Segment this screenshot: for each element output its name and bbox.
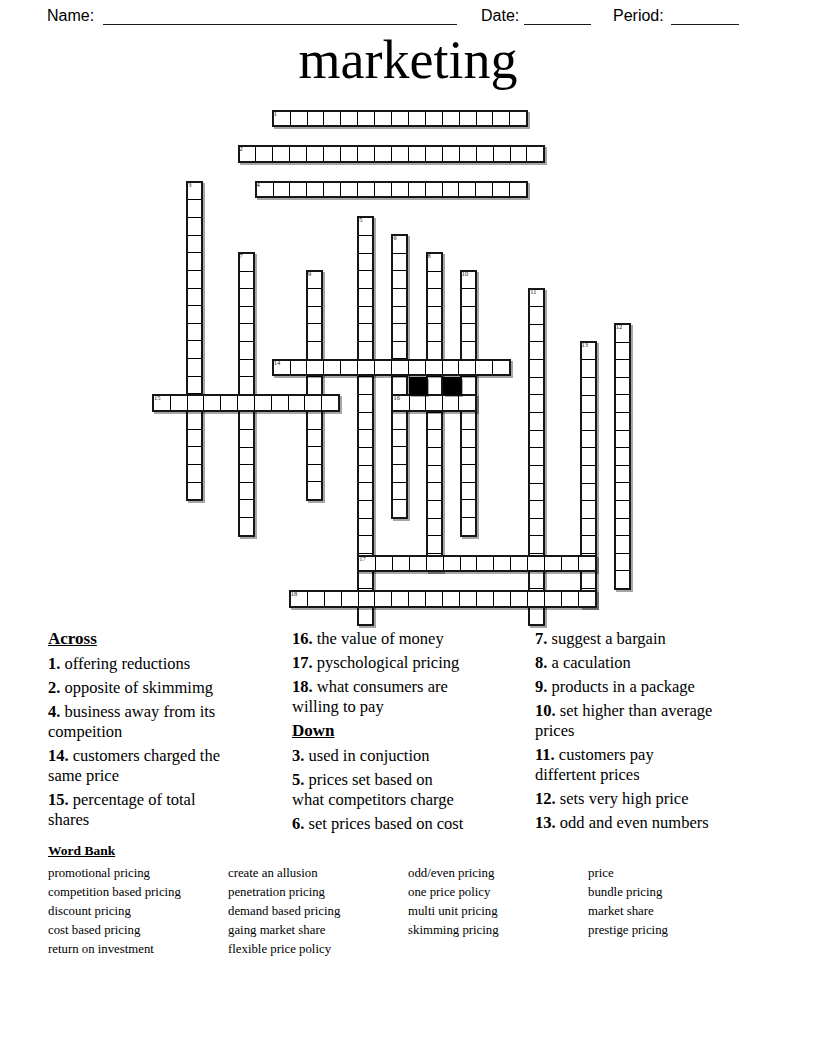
word-bank-column-2: create an allusionpenetration pricingdem… — [228, 864, 408, 959]
grid-cell[interactable] — [359, 482, 372, 500]
clue-down-12: 12. sets very high price — [535, 789, 790, 809]
clue-number: 12. — [535, 789, 556, 808]
clue-text: pyschological pricing — [313, 653, 460, 672]
grid-cell[interactable] — [530, 606, 543, 624]
grid-clue-number-3: 3 — [188, 182, 191, 189]
grid-cell[interactable] — [357, 361, 374, 375]
grid-cell[interactable] — [462, 517, 475, 535]
grid-cell[interactable] — [582, 395, 595, 413]
grid-cell[interactable] — [442, 592, 459, 606]
word-6-down — [391, 234, 408, 519]
grid-cell[interactable] — [530, 324, 543, 342]
word-14-across — [272, 359, 511, 377]
word-15-across — [152, 394, 340, 412]
grid-cell[interactable] — [374, 147, 391, 161]
grid-cell[interactable] — [616, 553, 629, 571]
grid-cell[interactable] — [188, 252, 201, 270]
grid-cell[interactable] — [321, 396, 338, 410]
clue-text: customers charged the same price — [48, 746, 220, 785]
grid-cell[interactable] — [409, 396, 426, 410]
grid-cell[interactable] — [425, 112, 442, 126]
grid-cell[interactable] — [240, 376, 253, 394]
grid-cell[interactable] — [475, 183, 492, 197]
grid-cell[interactable] — [530, 571, 543, 589]
grid-cell[interactable] — [290, 361, 307, 375]
clue-number: 15. — [48, 790, 69, 809]
grid-cell[interactable] — [408, 592, 425, 606]
grid-cell[interactable] — [359, 447, 372, 465]
grid-cell[interactable] — [359, 341, 372, 359]
word-bank-column-1: promotional pricingcompetition based pri… — [48, 864, 228, 959]
grid-cell[interactable] — [240, 288, 253, 306]
grid-cell[interactable] — [578, 557, 595, 571]
grid-cell[interactable] — [359, 253, 372, 271]
grid-cell[interactable] — [428, 465, 441, 483]
grid-cell[interactable] — [493, 592, 510, 606]
grid-cell[interactable] — [188, 464, 201, 482]
grid-cell[interactable] — [391, 183, 408, 197]
grid-cell[interactable] — [428, 447, 441, 465]
grid-cell[interactable] — [220, 396, 237, 410]
grid-cell[interactable] — [428, 535, 441, 553]
grid-cell[interactable] — [324, 592, 341, 606]
clue-number: 18. — [292, 677, 313, 696]
grid-cell[interactable] — [359, 429, 372, 447]
grid-cell[interactable] — [255, 147, 272, 161]
grid-cell[interactable] — [340, 147, 357, 161]
grid-cell[interactable] — [308, 306, 321, 324]
clue-down-6: 6. set prices based on cost — [292, 814, 534, 834]
grid-cell[interactable] — [425, 592, 442, 606]
grid-cell[interactable] — [240, 306, 253, 324]
grid-cell[interactable] — [462, 306, 475, 324]
word-bank-item: discount pricing — [48, 902, 228, 921]
grid-cell[interactable] — [408, 112, 425, 126]
grid-cell[interactable] — [459, 147, 476, 161]
grid-cell[interactable] — [359, 376, 372, 394]
grid-cell[interactable] — [582, 377, 595, 395]
grid-cell[interactable] — [582, 412, 595, 430]
grid-cell[interactable] — [582, 430, 595, 448]
grid-cell[interactable] — [359, 270, 372, 288]
grid-cell[interactable] — [188, 217, 201, 235]
grid-cell[interactable] — [462, 429, 475, 447]
grid-cell[interactable] — [393, 253, 406, 271]
grid-cell[interactable] — [462, 464, 475, 482]
grid-cell[interactable] — [428, 341, 441, 359]
grid-cell[interactable] — [359, 323, 372, 341]
grid-cell[interactable] — [308, 481, 321, 499]
grid-cell[interactable] — [393, 411, 406, 429]
word-bank-item: gaing market share — [228, 921, 408, 940]
grid-cell[interactable] — [240, 341, 253, 359]
grid-cell[interactable] — [188, 323, 201, 341]
grid-cell[interactable] — [527, 592, 544, 606]
clue-across-4: 4. business away from its compeition — [48, 702, 280, 742]
grid-cell[interactable] — [240, 323, 253, 341]
clue-down-8: 8. a caculation — [535, 653, 790, 673]
grid-cell[interactable] — [393, 482, 406, 500]
grid-clue-number-14: 14 — [274, 360, 281, 367]
grid-cell[interactable] — [428, 518, 441, 536]
grid-cell[interactable] — [462, 376, 475, 394]
grid-cell[interactable] — [273, 183, 290, 197]
grid-cell[interactable] — [391, 592, 408, 606]
grid-cell[interactable] — [616, 394, 629, 412]
grid-cell[interactable] — [462, 447, 475, 465]
clue-down-9: 9. products in a package — [535, 677, 790, 697]
clue-number: 2. — [48, 678, 60, 697]
grid-cell[interactable] — [323, 361, 340, 375]
word-bank-item: market share — [588, 902, 768, 921]
grid-cell[interactable] — [358, 592, 375, 606]
grid-cell[interactable] — [616, 482, 629, 500]
grid-cell[interactable] — [582, 571, 595, 589]
grid-cell[interactable] — [526, 147, 543, 161]
grid-cell[interactable] — [530, 377, 543, 395]
grid-cell[interactable] — [393, 446, 406, 464]
grid-cell[interactable] — [341, 592, 358, 606]
grid-cell[interactable] — [240, 447, 253, 465]
grid-cell[interactable] — [374, 592, 391, 606]
grid-cell[interactable] — [357, 147, 374, 161]
grid-cell[interactable] — [530, 341, 543, 359]
clue-text: odd and even numbers — [556, 813, 709, 832]
grid-cell[interactable] — [290, 112, 307, 126]
grid-cell[interactable] — [462, 482, 475, 500]
grid-cell[interactable] — [393, 464, 406, 482]
grid-cell[interactable] — [530, 359, 543, 377]
grid-cell[interactable] — [425, 183, 442, 197]
grid-cell[interactable] — [544, 557, 561, 571]
grid-cell[interactable] — [359, 394, 372, 412]
grid-cell[interactable] — [308, 446, 321, 464]
grid-cell[interactable] — [359, 571, 372, 589]
word-12-down — [614, 323, 631, 590]
clue-number: 14. — [48, 746, 69, 765]
grid-cell[interactable] — [425, 361, 442, 375]
grid-cell[interactable] — [476, 557, 493, 571]
clue-number: 5. — [292, 770, 304, 789]
grid-cell[interactable] — [510, 147, 527, 161]
down-heading: Down — [292, 721, 534, 741]
grid-cell[interactable] — [616, 570, 629, 588]
grid-cell[interactable] — [308, 288, 321, 306]
grid-cell[interactable] — [357, 112, 374, 126]
clue-number: 4. — [48, 702, 60, 721]
grid-cell[interactable] — [428, 323, 441, 341]
grid-cell[interactable] — [475, 361, 492, 375]
grid-cell[interactable] — [616, 535, 629, 553]
grid-cell[interactable] — [359, 235, 372, 253]
grid-cell[interactable] — [462, 323, 475, 341]
grid-clue-number-9: 9 — [308, 271, 311, 278]
grid-cell[interactable] — [530, 412, 543, 430]
word-bank-item: prestige pricing — [588, 921, 768, 940]
grid-cell[interactable] — [409, 557, 426, 571]
grid-cell[interactable] — [306, 361, 323, 375]
grid-cell[interactable] — [188, 340, 201, 358]
grid-cell[interactable] — [188, 270, 201, 288]
grid-cell[interactable] — [359, 535, 372, 553]
grid-cell[interactable] — [582, 447, 595, 465]
grid-cell[interactable] — [240, 464, 253, 482]
grid-cell[interactable] — [578, 592, 595, 606]
grid-cell[interactable] — [616, 430, 629, 448]
clue-down-10: 10. set higher than average prices — [535, 701, 790, 741]
clue-across-2: 2. opposite of skimmimg — [48, 678, 280, 698]
grid-cell[interactable] — [476, 592, 493, 606]
grid-cell[interactable] — [170, 396, 187, 410]
grid-cell[interactable] — [237, 396, 254, 410]
grid-cell[interactable] — [240, 411, 253, 429]
grid-cell[interactable] — [527, 557, 544, 571]
grid-cell[interactable] — [374, 183, 391, 197]
grid-cell[interactable] — [408, 361, 425, 375]
grid-cell[interactable] — [425, 396, 442, 410]
word-bank-item: odd/even pricing — [408, 864, 588, 883]
grid-cell[interactable] — [442, 183, 459, 197]
grid-cell[interactable] — [359, 606, 372, 624]
grid-cell[interactable] — [462, 288, 475, 306]
grid-cell[interactable] — [359, 288, 372, 306]
grid-cell[interactable] — [426, 557, 443, 571]
grid-cell[interactable] — [271, 396, 288, 410]
grid-cell[interactable] — [393, 288, 406, 306]
grid-cell[interactable] — [203, 396, 220, 410]
grid-cell[interactable] — [240, 517, 253, 535]
grid-cell[interactable] — [530, 500, 543, 518]
grid-cell[interactable] — [392, 557, 409, 571]
grid-cell[interactable] — [340, 112, 357, 126]
grid-cell[interactable] — [359, 518, 372, 536]
grid-cell[interactable] — [374, 361, 391, 375]
grid-cell[interactable] — [428, 482, 441, 500]
grid-cell[interactable] — [187, 396, 204, 410]
grid-cell[interactable] — [393, 376, 406, 394]
grid-cell[interactable] — [530, 306, 543, 324]
grid-cell[interactable] — [408, 147, 425, 161]
clue-text: the value of money — [313, 629, 444, 648]
worksheet-page: Name: Date: Period: marketing 1241415161… — [0, 0, 816, 1056]
grid-cell[interactable] — [393, 341, 406, 359]
grid-cell[interactable] — [582, 518, 595, 536]
grid-clue-number-5: 5 — [359, 217, 362, 224]
grid-cell[interactable] — [188, 482, 201, 500]
grid-cell[interactable] — [272, 147, 289, 161]
grid-cell[interactable] — [616, 377, 629, 395]
grid-cell[interactable] — [188, 235, 201, 253]
grid-cell[interactable] — [188, 376, 201, 394]
clue-number: 10. — [535, 701, 556, 720]
grid-cell[interactable] — [323, 147, 340, 161]
grid-clue-number-7: 7 — [240, 253, 243, 260]
grid-cell[interactable] — [391, 147, 408, 161]
grid-cell[interactable] — [391, 112, 408, 126]
grid-cell[interactable] — [359, 306, 372, 324]
grid-cell[interactable] — [308, 411, 321, 429]
grid-cell[interactable] — [561, 557, 578, 571]
grid-cell[interactable] — [616, 447, 629, 465]
clue-text: sets very high price — [556, 789, 689, 808]
grid-cell[interactable] — [582, 535, 595, 553]
grid-cell[interactable] — [308, 376, 321, 394]
grid-cell[interactable] — [476, 147, 493, 161]
clue-across-1: 1. offering reductions — [48, 654, 280, 674]
grid-cell[interactable] — [510, 592, 527, 606]
grid-cell[interactable] — [616, 465, 629, 483]
grid-cell[interactable] — [240, 482, 253, 500]
grid-cell[interactable] — [582, 500, 595, 518]
grid-cell[interactable] — [307, 112, 324, 126]
grid-cell[interactable] — [308, 323, 321, 341]
clue-number: 17. — [292, 653, 313, 672]
grid-cell[interactable] — [240, 499, 253, 517]
grid-cell[interactable] — [254, 396, 271, 410]
grid-cell[interactable] — [582, 359, 595, 377]
grid-cell[interactable] — [616, 359, 629, 377]
grid-cell[interactable] — [340, 361, 357, 375]
grid-cell[interactable] — [393, 499, 406, 517]
grid-cell[interactable] — [188, 358, 201, 376]
grid-clue-number-17: 17 — [359, 556, 366, 563]
word-bank-item: bundle pricing — [588, 883, 768, 902]
grid-cell[interactable] — [188, 411, 201, 429]
grid-cell[interactable] — [308, 429, 321, 447]
grid-cell[interactable] — [476, 112, 493, 126]
grid-cell[interactable] — [530, 430, 543, 448]
grid-cell[interactable] — [459, 112, 476, 126]
grid-cell[interactable] — [359, 412, 372, 430]
grid-cell[interactable] — [428, 412, 441, 430]
grid-cell[interactable] — [323, 183, 340, 197]
grid-cell[interactable] — [288, 396, 305, 410]
grid-cell[interactable] — [616, 518, 629, 536]
grid-cell[interactable] — [307, 592, 324, 606]
grid-cell[interactable] — [428, 288, 441, 306]
grid-cell[interactable] — [428, 306, 441, 324]
grid-cell[interactable] — [306, 147, 323, 161]
grid-cell[interactable] — [428, 500, 441, 518]
grid-cell[interactable] — [530, 394, 543, 412]
grid-cell[interactable] — [374, 112, 391, 126]
clue-text: products in a package — [547, 677, 695, 696]
grid-cell[interactable] — [582, 483, 595, 501]
grid-cell[interactable] — [188, 288, 201, 306]
grid-cell[interactable] — [240, 359, 253, 377]
grid-cell[interactable] — [492, 361, 509, 375]
grid-cell[interactable] — [616, 342, 629, 360]
clue-list-across-2: 16. the value of money17. pyschological … — [292, 629, 534, 717]
clue-text: suggest a bargain — [547, 629, 665, 648]
clue-column-2: 16. the value of money17. pyschological … — [292, 629, 534, 838]
grid-cell[interactable] — [428, 271, 441, 289]
word-bank-item: competition based pricing — [48, 883, 228, 902]
grid-cell[interactable] — [340, 183, 357, 197]
grid-cell[interactable] — [188, 305, 201, 323]
clue-text: what consumers are willing to pay — [292, 677, 448, 716]
grid-cell[interactable] — [442, 112, 459, 126]
grid-cell[interactable] — [530, 535, 543, 553]
grid-cell[interactable] — [289, 147, 306, 161]
grid-cell[interactable] — [323, 112, 340, 126]
grid-cell[interactable] — [306, 183, 323, 197]
grid-cell[interactable] — [530, 447, 543, 465]
grid-cell[interactable] — [428, 429, 441, 447]
clue-number: 13. — [535, 813, 556, 832]
grid-cell[interactable] — [530, 518, 543, 536]
grid-cell[interactable] — [393, 429, 406, 447]
word-17-across — [357, 555, 596, 573]
grid-cell[interactable] — [393, 323, 406, 341]
grid-cell[interactable] — [458, 183, 475, 197]
grid-cell[interactable] — [188, 429, 201, 447]
grid-cell[interactable] — [458, 396, 475, 410]
grid-cell[interactable] — [509, 183, 526, 197]
grid-cell[interactable] — [442, 147, 459, 161]
clue-text: used in conjuction — [304, 746, 429, 765]
grid-cell[interactable] — [308, 341, 321, 359]
grid-cell[interactable] — [510, 557, 527, 571]
grid-cell[interactable] — [359, 465, 372, 483]
clue-text: offering reductions — [60, 654, 190, 673]
grid-cell[interactable] — [492, 183, 509, 197]
grid-cell[interactable] — [561, 592, 578, 606]
grid-cell[interactable] — [240, 429, 253, 447]
grid-cell[interactable] — [359, 500, 372, 518]
grid-cell[interactable] — [509, 112, 526, 126]
grid-cell[interactable] — [357, 183, 374, 197]
grid-cell[interactable] — [462, 411, 475, 429]
grid-cell[interactable] — [442, 361, 459, 375]
grid-cell[interactable] — [493, 147, 510, 161]
clue-text: set higher than average prices — [535, 701, 712, 740]
grid-clue-number-15: 15 — [154, 395, 161, 402]
grid-cell[interactable] — [188, 199, 201, 217]
grid-cell[interactable] — [391, 361, 408, 375]
grid-cell[interactable] — [459, 592, 476, 606]
grid-cell[interactable] — [530, 483, 543, 501]
grid-cell[interactable] — [304, 396, 321, 410]
grid-cell[interactable] — [442, 396, 459, 410]
grid-cell[interactable] — [492, 112, 509, 126]
grid-cell[interactable] — [289, 183, 306, 197]
grid-cell[interactable] — [460, 557, 477, 571]
grid-cell[interactable] — [616, 500, 629, 518]
grid-cell[interactable] — [375, 557, 392, 571]
grid-cell[interactable] — [393, 270, 406, 288]
black-cell — [443, 377, 461, 396]
grid-cell[interactable] — [462, 341, 475, 359]
grid-cell[interactable] — [616, 412, 629, 430]
grid-cell[interactable] — [408, 183, 425, 197]
grid-cell[interactable] — [530, 465, 543, 483]
word-bank-item: penetration pricing — [228, 883, 408, 902]
grid-cell[interactable] — [308, 464, 321, 482]
word-bank-item: flexible price policy — [228, 940, 408, 959]
grid-cell[interactable] — [393, 306, 406, 324]
grid-cell[interactable] — [428, 376, 441, 394]
grid-cell[interactable] — [240, 271, 253, 289]
grid-cell[interactable] — [544, 592, 561, 606]
grid-cell[interactable] — [443, 557, 460, 571]
grid-cell[interactable] — [458, 361, 475, 375]
grid-cell[interactable] — [582, 465, 595, 483]
grid-cell[interactable] — [188, 446, 201, 464]
grid-cell[interactable] — [425, 147, 442, 161]
grid-cell[interactable] — [493, 557, 510, 571]
grid-cell[interactable] — [462, 499, 475, 517]
